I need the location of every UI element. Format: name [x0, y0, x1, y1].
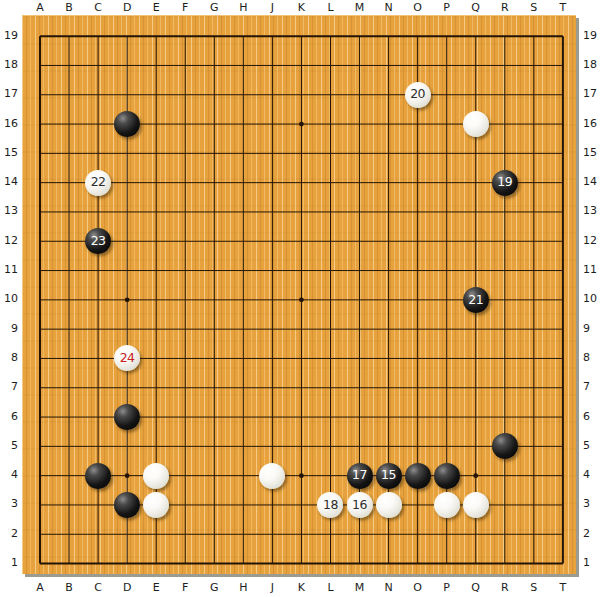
row-label: 5: [583, 431, 602, 460]
row-label: 9: [0, 313, 18, 342]
row-label: 5: [0, 431, 18, 460]
stone-D16: [114, 111, 140, 137]
column-label: D: [113, 578, 142, 597]
column-label: P: [432, 578, 461, 597]
column-label: A: [25, 578, 54, 597]
column-label: N: [374, 0, 403, 15]
stone-L3: 18: [317, 492, 343, 518]
column-labels-top: ABCDEFGHJKLMNOPQRST: [25, 0, 577, 15]
row-label: 19: [583, 21, 602, 50]
stone-C14: 22: [85, 170, 111, 196]
column-label: A: [25, 0, 54, 15]
stone-R14: 19: [492, 170, 518, 196]
stone-D6: [114, 404, 140, 430]
go-board[interactable]: 20221923212417151816: [22, 15, 576, 574]
column-label: O: [403, 578, 432, 597]
row-label: 17: [583, 79, 602, 108]
row-label: 17: [0, 79, 18, 108]
row-label: 11: [0, 255, 18, 284]
column-label: S: [519, 578, 548, 597]
column-label: T: [548, 578, 577, 597]
row-labels-right: 19181716151413121110987654321: [583, 21, 602, 578]
stone-P3: [434, 492, 460, 518]
row-label: 1: [0, 548, 18, 577]
column-label: K: [287, 0, 316, 15]
row-label: 12: [0, 226, 18, 255]
row-label: 12: [583, 226, 602, 255]
column-label: C: [84, 0, 113, 15]
column-labels-bottom: ABCDEFGHJKLMNOPQRST: [25, 578, 577, 597]
row-label: 6: [583, 401, 602, 430]
column-label: J: [258, 578, 287, 597]
stone-move-number: 20: [410, 88, 425, 101]
column-label: R: [490, 578, 519, 597]
stone-R5: [492, 433, 518, 459]
row-label: 19: [0, 21, 18, 50]
row-label: 3: [583, 489, 602, 518]
column-label: P: [432, 0, 461, 15]
stone-grid[interactable]: 20221923212417151816: [25, 22, 577, 579]
row-label: 4: [0, 460, 18, 489]
row-label: 14: [0, 167, 18, 196]
stone-move-number: 16: [352, 499, 367, 512]
stone-J4: [259, 463, 285, 489]
stone-N3: [376, 492, 402, 518]
stone-move-number: 24: [120, 352, 135, 365]
stone-M4: 17: [347, 463, 373, 489]
column-label: L: [316, 0, 345, 15]
stone-Q16: [463, 111, 489, 137]
column-label: L: [316, 578, 345, 597]
row-label: 15: [583, 138, 602, 167]
column-label: E: [142, 0, 171, 15]
column-label: R: [490, 0, 519, 15]
row-label: 8: [0, 343, 18, 372]
column-label: O: [403, 0, 432, 15]
row-label: 6: [0, 401, 18, 430]
stone-M3: 16: [347, 492, 373, 518]
stone-C4: [85, 463, 111, 489]
row-label: 15: [0, 138, 18, 167]
row-label: 7: [0, 372, 18, 401]
stone-D3: [114, 492, 140, 518]
stone-move-number: 22: [91, 176, 106, 189]
column-label: H: [229, 578, 258, 597]
row-label: 11: [583, 255, 602, 284]
row-label: 7: [583, 372, 602, 401]
column-label: C: [84, 578, 113, 597]
stone-O4: [405, 463, 431, 489]
column-label: D: [113, 0, 142, 15]
row-label: 4: [583, 460, 602, 489]
stone-E4: [143, 463, 169, 489]
stone-O17: 20: [405, 82, 431, 108]
stone-move-number: 18: [323, 499, 338, 512]
column-label: B: [55, 578, 84, 597]
column-label: B: [55, 0, 84, 15]
row-label: 2: [583, 519, 602, 548]
column-label: Q: [461, 578, 490, 597]
stone-move-number: 23: [91, 235, 106, 248]
column-label: H: [229, 0, 258, 15]
column-label: K: [287, 578, 316, 597]
row-label: 10: [583, 284, 602, 313]
row-label: 13: [583, 196, 602, 225]
row-label: 13: [0, 196, 18, 225]
stone-move-number: 17: [352, 469, 367, 482]
stone-Q3: [463, 492, 489, 518]
stone-move-number: 15: [381, 469, 396, 482]
stone-D8: 24: [114, 345, 140, 371]
column-label: E: [142, 578, 171, 597]
row-label: 2: [0, 519, 18, 548]
column-label: G: [200, 0, 229, 15]
row-label: 10: [0, 284, 18, 313]
stone-move-number: 21: [468, 294, 483, 307]
row-label: 3: [0, 489, 18, 518]
column-label: G: [200, 578, 229, 597]
go-diagram: ABCDEFGHJKLMNOPQRST 19181716151413121110…: [0, 0, 602, 597]
row-label: 16: [0, 108, 18, 137]
stone-P4: [434, 463, 460, 489]
row-label: 18: [0, 50, 18, 79]
column-label: N: [374, 578, 403, 597]
column-label: M: [345, 578, 374, 597]
stone-Q10: 21: [463, 287, 489, 313]
column-label: T: [548, 0, 577, 15]
row-label: 8: [583, 343, 602, 372]
column-label: S: [519, 0, 548, 15]
row-label: 18: [583, 50, 602, 79]
column-label: F: [171, 578, 200, 597]
row-label: 1: [583, 548, 602, 577]
stone-E3: [143, 492, 169, 518]
row-label: 9: [583, 313, 602, 342]
row-label: 14: [583, 167, 602, 196]
stone-C12: 23: [85, 228, 111, 254]
row-labels-left: 19181716151413121110987654321: [0, 21, 18, 578]
column-label: Q: [461, 0, 490, 15]
stone-N4: 15: [376, 463, 402, 489]
row-label: 16: [583, 108, 602, 137]
column-label: F: [171, 0, 200, 15]
column-label: M: [345, 0, 374, 15]
column-label: J: [258, 0, 287, 15]
stone-move-number: 19: [497, 176, 512, 189]
